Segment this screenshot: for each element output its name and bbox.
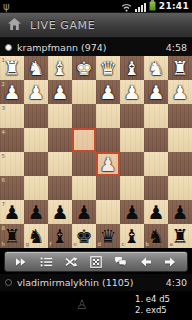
square-f8[interactable]: f♝ (48, 224, 72, 248)
move-list: 1. e4 d5 2. exd5 (135, 294, 170, 315)
square-g3[interactable] (24, 104, 48, 128)
square-g4[interactable] (24, 128, 48, 152)
piece-white-bishop: ♝ (120, 56, 144, 80)
square-c1[interactable]: ♝ (120, 56, 144, 80)
piece-black-pawn: ♟ (144, 200, 168, 224)
piece-white-rook: ♜ (0, 56, 24, 80)
piece-white-pawn: ♟ (168, 80, 192, 104)
square-a1[interactable]: ♜ (168, 56, 192, 80)
arrow-left-icon (140, 256, 152, 268)
square-c5[interactable] (120, 152, 144, 176)
square-h2[interactable]: 2♟ (0, 80, 24, 104)
title-bar: LIVE GAME (0, 13, 192, 38)
square-g5[interactable] (24, 152, 48, 176)
square-d8[interactable]: d♛ (96, 224, 120, 248)
white-color-dot-icon (5, 44, 12, 51)
page-title: LIVE GAME (30, 19, 95, 32)
square-h5[interactable]: 5 (0, 152, 24, 176)
square-c4[interactable] (120, 128, 144, 152)
rank-label-5: 5 (2, 153, 6, 159)
piece-white-bishop: ♝ (48, 56, 72, 80)
square-f6[interactable] (48, 176, 72, 200)
square-a7[interactable]: ♟ (168, 200, 192, 224)
square-h7[interactable]: 7♟ (0, 200, 24, 224)
top-player-name: krampfmann (974) (17, 42, 107, 53)
square-d7[interactable] (96, 200, 120, 224)
square-g7[interactable]: ♟ (24, 200, 48, 224)
square-g8[interactable]: g♞ (24, 224, 48, 248)
piece-black-knight: ♞ (24, 224, 48, 248)
piece-white-rook: ♜ (168, 56, 192, 80)
square-h6[interactable]: 6 (0, 176, 24, 200)
home-icon[interactable] (7, 16, 22, 35)
square-d5[interactable]: ♟ (96, 152, 120, 176)
square-e7[interactable]: ♟ (72, 200, 96, 224)
square-e3[interactable] (72, 104, 96, 128)
piece-black-pawn: ♟ (24, 200, 48, 224)
toolbar-wrap (0, 248, 192, 274)
piece-white-pawn: ♟ (48, 80, 72, 104)
piece-white-pawn: ♟ (144, 80, 168, 104)
square-f5[interactable] (48, 152, 72, 176)
bottom-player-name: vladimirmalykhin (1105) (17, 277, 134, 288)
square-h4[interactable]: 4 (0, 128, 24, 152)
square-d6[interactable] (96, 176, 120, 200)
square-c8[interactable]: c♝ (120, 224, 144, 248)
piece-black-rook: ♜ (168, 224, 192, 248)
chess-board: 4264 1♜♞♝♚♛♝♞♜2♟♟♟♟♟♟♟345♟67♟♟♟♟♟♟♟8h♜g♞… (0, 56, 192, 248)
square-e5[interactable] (72, 152, 96, 176)
square-f1[interactable]: ♝ (48, 56, 72, 80)
status-clock: 21:41 (159, 1, 189, 11)
piece-black-knight: ♞ (144, 224, 168, 248)
piece-white-knight: ♞ (144, 56, 168, 80)
piece-white-pawn: ♟ (96, 152, 120, 176)
piece-white-queen: ♛ (96, 56, 120, 80)
square-h8[interactable]: 8h♜ (0, 224, 24, 248)
piece-white-pawn: ♟ (120, 80, 144, 104)
rank-label-8: 8 (2, 225, 6, 231)
pawn-outline-icon: ♙ (76, 298, 88, 312)
square-g1[interactable]: ♞ (24, 56, 48, 80)
square-h3[interactable]: 3 (0, 104, 24, 128)
chess-app-window: ψ 21:41 (0, 0, 192, 320)
signal-icon (135, 0, 146, 16)
status-bar: ψ 21:41 (0, 0, 192, 13)
file-label-g: g (26, 241, 30, 247)
bottom-player-bar: vladimirmalykhin (1105) 4:30 (0, 274, 192, 291)
square-d3[interactable] (96, 104, 120, 128)
piece-black-rook: ♜ (0, 224, 24, 248)
move-list-button[interactable] (35, 252, 57, 271)
forward-button[interactable] (159, 252, 181, 271)
square-a6[interactable] (168, 176, 192, 200)
piece-black-bishop: ♝ (48, 224, 72, 248)
square-a5[interactable] (168, 152, 192, 176)
chat-bubbles-icon (114, 256, 127, 268)
square-e8[interactable]: e♚ (72, 224, 96, 248)
square-f2[interactable]: ♟ (48, 80, 72, 104)
piece-black-pawn: ♟ (168, 200, 192, 224)
square-b3[interactable] (144, 104, 168, 128)
piece-white-pawn: ♟ (96, 80, 120, 104)
piece-black-pawn: ♟ (48, 200, 72, 224)
rank-label-7: 7 (2, 201, 6, 207)
piece-white-king: ♚ (72, 56, 96, 80)
square-b6[interactable] (144, 176, 168, 200)
top-player-clock: 4:58 (166, 42, 187, 53)
piece-black-king: ♚ (72, 224, 96, 248)
square-a8[interactable]: a♜ (168, 224, 192, 248)
rank-label-1: 1 (2, 57, 6, 63)
rank-label-2: 2 (2, 81, 6, 87)
move-list-area: ♙ 1. e4 d5 2. exd5 (0, 291, 192, 320)
square-c6[interactable] (120, 176, 144, 200)
piece-black-pawn: ♟ (120, 200, 144, 224)
square-b7[interactable]: ♟ (144, 200, 168, 224)
square-g2[interactable]: ♟ (24, 80, 48, 104)
square-e1[interactable]: ♚ (72, 56, 96, 80)
fast-forward-icon (15, 256, 27, 268)
square-e6[interactable] (72, 176, 96, 200)
shuffle-button[interactable] (60, 252, 82, 271)
rank-label-6: 6 (2, 177, 6, 183)
bottom-player-clock: 4:30 (166, 277, 187, 288)
piece-black-queen: ♛ (96, 224, 120, 248)
square-c3[interactable] (120, 104, 144, 128)
file-label-c: c (122, 241, 125, 247)
file-label-d: d (98, 241, 102, 247)
file-label-b: b (146, 241, 150, 247)
move-line: 1. e4 d5 (135, 294, 170, 305)
square-d1[interactable]: ♛ (96, 56, 120, 80)
square-f7[interactable]: ♟ (48, 200, 72, 224)
analysis-board-button[interactable] (85, 252, 107, 271)
piece-black-pawn: ♟ (72, 200, 96, 224)
square-b8[interactable]: b♞ (144, 224, 168, 248)
square-b5[interactable] (144, 152, 168, 176)
square-d4[interactable] (96, 128, 120, 152)
file-label-a: a (170, 241, 173, 247)
battery-icon (149, 1, 156, 11)
piece-white-knight: ♞ (24, 56, 48, 80)
square-a2[interactable]: ♟ (168, 80, 192, 104)
square-d2[interactable]: ♟ (96, 80, 120, 104)
piece-black-bishop: ♝ (120, 224, 144, 248)
square-b4[interactable] (144, 128, 168, 152)
piece-black-pawn: ♟ (0, 200, 24, 224)
usb-icon: ψ (3, 0, 10, 13)
rank-label-3: 3 (2, 105, 6, 111)
wifi-icon (121, 0, 132, 16)
arrow-right-icon (164, 256, 176, 268)
top-player-bar: krampfmann (974) 4:58 (0, 38, 192, 56)
analysis-board-icon (90, 256, 102, 268)
fast-forward-button[interactable] (10, 252, 32, 271)
square-h1[interactable]: 1♜ (0, 56, 24, 80)
file-label-e: e (74, 241, 77, 247)
file-label-f: f (50, 241, 52, 247)
piece-white-pawn: ♟ (24, 80, 48, 104)
square-b1[interactable]: ♞ (144, 56, 168, 80)
game-toolbar (4, 251, 188, 272)
move-line: 2. exd5 (135, 305, 170, 316)
square-e4[interactable] (72, 128, 96, 152)
square-a4[interactable] (168, 128, 192, 152)
back-button[interactable] (135, 252, 157, 271)
square-f4[interactable] (48, 128, 72, 152)
move-list-icon (40, 256, 53, 268)
square-e2[interactable] (72, 80, 96, 104)
file-label-h: h (2, 241, 6, 247)
square-g6[interactable] (24, 176, 48, 200)
piece-white-pawn: ♟ (0, 80, 24, 104)
square-b2[interactable]: ♟ (144, 80, 168, 104)
square-c2[interactable]: ♟ (120, 80, 144, 104)
chat-button[interactable] (110, 252, 132, 271)
square-f3[interactable] (48, 104, 72, 128)
black-color-dot-icon (5, 279, 12, 286)
square-c7[interactable]: ♟ (120, 200, 144, 224)
rank-label-4: 4 (2, 129, 6, 135)
square-a3[interactable] (168, 104, 192, 128)
shuffle-icon (65, 256, 78, 268)
